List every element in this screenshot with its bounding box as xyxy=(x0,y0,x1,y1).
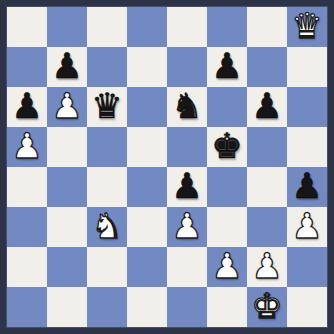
square-b1[interactable] xyxy=(47,287,87,327)
square-c2[interactable] xyxy=(87,247,127,287)
square-g3[interactable] xyxy=(247,207,287,247)
piece-black-pawn-f7[interactable]: ♟ xyxy=(211,46,242,86)
piece-black-pawn-g6[interactable]: ♟ xyxy=(251,86,282,126)
square-f6[interactable] xyxy=(207,87,247,127)
square-c5[interactable] xyxy=(87,127,127,167)
square-b7[interactable]: ♟ xyxy=(47,47,87,87)
square-a7[interactable] xyxy=(7,47,47,87)
square-g4[interactable] xyxy=(247,167,287,207)
square-h6[interactable] xyxy=(287,87,327,127)
piece-black-king-f5[interactable]: ♚ xyxy=(211,126,242,166)
square-b5[interactable] xyxy=(47,127,87,167)
square-h1[interactable] xyxy=(287,287,327,327)
square-f5[interactable]: ♚ xyxy=(207,127,247,167)
square-f7[interactable]: ♟ xyxy=(207,47,247,87)
square-d5[interactable] xyxy=(127,127,167,167)
square-g5[interactable] xyxy=(247,127,287,167)
square-e7[interactable] xyxy=(167,47,207,87)
piece-white-queen-h8[interactable]: ♛ xyxy=(291,6,322,46)
square-h8[interactable]: ♛ xyxy=(287,7,327,47)
square-e1[interactable] xyxy=(167,287,207,327)
piece-black-pawn-e4[interactable]: ♟ xyxy=(171,166,202,206)
square-f3[interactable] xyxy=(207,207,247,247)
square-h5[interactable] xyxy=(287,127,327,167)
square-c4[interactable] xyxy=(87,167,127,207)
square-f8[interactable] xyxy=(207,7,247,47)
piece-black-pawn-h4[interactable]: ♟ xyxy=(291,166,322,206)
square-b8[interactable] xyxy=(47,7,87,47)
square-g8[interactable] xyxy=(247,7,287,47)
square-d8[interactable] xyxy=(127,7,167,47)
square-f2[interactable]: ♟ xyxy=(207,247,247,287)
square-a1[interactable] xyxy=(7,287,47,327)
square-d3[interactable] xyxy=(127,207,167,247)
square-a3[interactable] xyxy=(7,207,47,247)
square-h3[interactable]: ♟ xyxy=(287,207,327,247)
square-e4[interactable]: ♟ xyxy=(167,167,207,207)
square-b3[interactable] xyxy=(47,207,87,247)
square-d2[interactable] xyxy=(127,247,167,287)
square-f4[interactable] xyxy=(207,167,247,207)
piece-black-pawn-b7[interactable]: ♟ xyxy=(51,46,82,86)
square-g1[interactable]: ♚ xyxy=(247,287,287,327)
square-e5[interactable] xyxy=(167,127,207,167)
chess-board-frame: ♛♟♟♟♟♛♞♟♟♚♟♟♞♟♟♟♟♚ xyxy=(0,0,334,334)
square-c7[interactable] xyxy=(87,47,127,87)
square-h2[interactable] xyxy=(287,247,327,287)
piece-white-pawn-g2[interactable]: ♟ xyxy=(251,246,282,286)
piece-white-pawn-e3[interactable]: ♟ xyxy=(171,206,202,246)
piece-white-pawn-h3[interactable]: ♟ xyxy=(291,206,322,246)
square-a6[interactable]: ♟ xyxy=(7,87,47,127)
square-d7[interactable] xyxy=(127,47,167,87)
piece-white-king-g1[interactable]: ♚ xyxy=(251,286,282,326)
square-c3[interactable]: ♞ xyxy=(87,207,127,247)
piece-black-pawn-a6[interactable]: ♟ xyxy=(11,86,42,126)
square-d4[interactable] xyxy=(127,167,167,207)
square-g7[interactable] xyxy=(247,47,287,87)
square-d6[interactable] xyxy=(127,87,167,127)
square-b4[interactable] xyxy=(47,167,87,207)
square-b2[interactable] xyxy=(47,247,87,287)
square-h4[interactable]: ♟ xyxy=(287,167,327,207)
square-g6[interactable]: ♟ xyxy=(247,87,287,127)
square-c8[interactable] xyxy=(87,7,127,47)
square-a8[interactable] xyxy=(7,7,47,47)
square-b6[interactable]: ♟ xyxy=(47,87,87,127)
square-a5[interactable]: ♟ xyxy=(7,127,47,167)
square-f1[interactable] xyxy=(207,287,247,327)
square-a2[interactable] xyxy=(7,247,47,287)
chess-board: ♛♟♟♟♟♛♞♟♟♚♟♟♞♟♟♟♟♚ xyxy=(7,7,327,327)
piece-white-knight-c3[interactable]: ♞ xyxy=(91,206,122,246)
piece-white-pawn-b6[interactable]: ♟ xyxy=(51,86,82,126)
square-e6[interactable]: ♞ xyxy=(167,87,207,127)
square-e2[interactable] xyxy=(167,247,207,287)
piece-black-queen-c6[interactable]: ♛ xyxy=(91,86,122,126)
square-a4[interactable] xyxy=(7,167,47,207)
piece-white-pawn-f2[interactable]: ♟ xyxy=(211,246,242,286)
square-d1[interactable] xyxy=(127,287,167,327)
square-c6[interactable]: ♛ xyxy=(87,87,127,127)
square-e3[interactable]: ♟ xyxy=(167,207,207,247)
piece-white-pawn-a5[interactable]: ♟ xyxy=(11,126,42,166)
piece-black-knight-e6[interactable]: ♞ xyxy=(171,86,202,126)
square-g2[interactable]: ♟ xyxy=(247,247,287,287)
square-h7[interactable] xyxy=(287,47,327,87)
square-c1[interactable] xyxy=(87,287,127,327)
square-e8[interactable] xyxy=(167,7,207,47)
